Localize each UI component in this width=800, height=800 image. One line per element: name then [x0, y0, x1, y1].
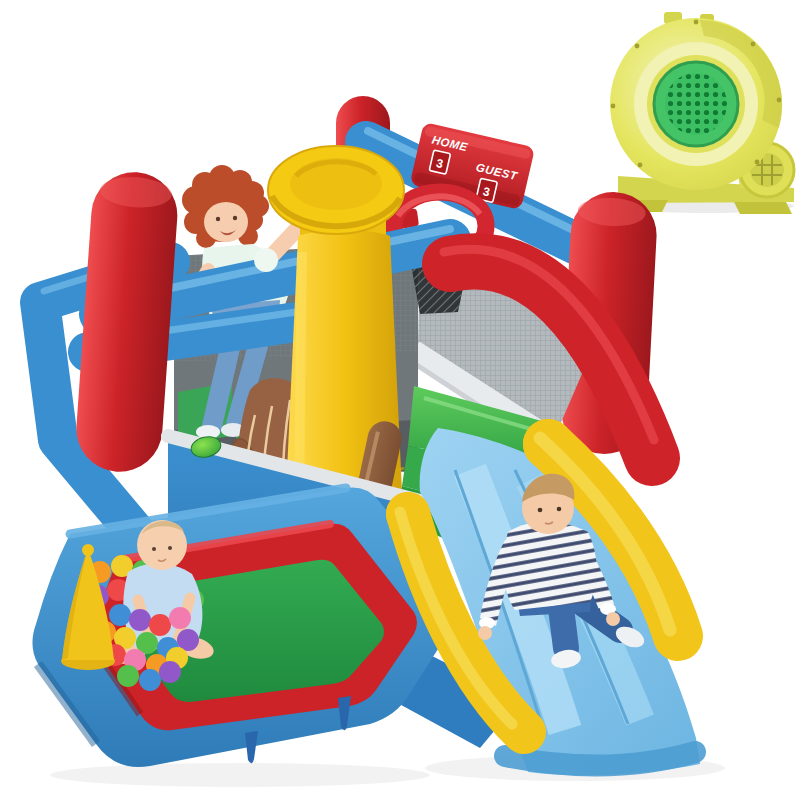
product-photo: HOME 3 GUEST 3: [0, 0, 800, 800]
air-blower: [610, 12, 794, 214]
front-left-post: [74, 169, 181, 474]
bounce-house-scene: HOME 3 GUEST 3: [0, 0, 800, 800]
blower-foot-right: [734, 202, 792, 214]
girl-face: [204, 202, 248, 242]
